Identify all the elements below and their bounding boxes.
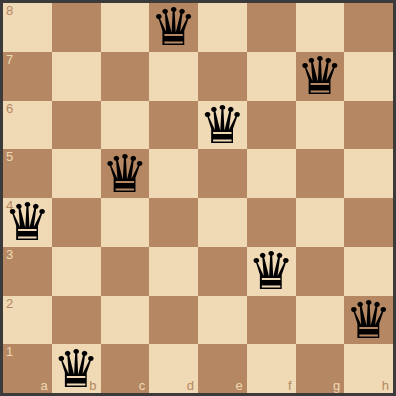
file-label-g: g (333, 379, 340, 392)
black-queen[interactable]: ♛ (248, 247, 295, 295)
square-h7[interactable] (344, 52, 393, 101)
square-e7[interactable] (198, 52, 247, 101)
square-h8[interactable] (344, 3, 393, 52)
file-label-c: c (139, 379, 146, 392)
square-e4[interactable] (198, 198, 247, 247)
square-c1[interactable]: c (101, 344, 150, 393)
square-f7[interactable] (247, 52, 296, 101)
square-b2[interactable] (52, 296, 101, 345)
square-b3[interactable] (52, 247, 101, 296)
square-f5[interactable] (247, 149, 296, 198)
square-d2[interactable] (149, 296, 198, 345)
black-queen[interactable]: ♛ (345, 296, 392, 344)
rank-label-6: 6 (6, 102, 13, 116)
rank-label-1: 1 (6, 345, 13, 359)
square-h1[interactable]: h (344, 344, 393, 393)
square-a4[interactable]: 4♛ (3, 198, 52, 247)
square-e2[interactable] (198, 296, 247, 345)
square-f2[interactable] (247, 296, 296, 345)
black-queen[interactable]: ♛ (53, 345, 100, 393)
file-label-a: a (41, 379, 48, 392)
square-b5[interactable] (52, 149, 101, 198)
square-c3[interactable] (101, 247, 150, 296)
square-f8[interactable] (247, 3, 296, 52)
square-d5[interactable] (149, 149, 198, 198)
chess-board: 8♛7♛6♛5♛4♛3♛2♛1ab♛cdefgh (3, 3, 393, 393)
square-c8[interactable] (101, 3, 150, 52)
square-g8[interactable] (296, 3, 345, 52)
black-queen[interactable]: ♛ (297, 52, 344, 100)
square-g2[interactable] (296, 296, 345, 345)
black-queen[interactable]: ♛ (199, 101, 246, 149)
square-a2[interactable]: 2 (3, 296, 52, 345)
square-h5[interactable] (344, 149, 393, 198)
square-a3[interactable]: 3 (3, 247, 52, 296)
square-d6[interactable] (149, 101, 198, 150)
square-d4[interactable] (149, 198, 198, 247)
square-b4[interactable] (52, 198, 101, 247)
square-g1[interactable]: g (296, 344, 345, 393)
square-d8[interactable]: ♛ (149, 3, 198, 52)
square-d1[interactable]: d (149, 344, 198, 393)
square-d3[interactable] (149, 247, 198, 296)
square-a5[interactable]: 5 (3, 149, 52, 198)
square-a7[interactable]: 7 (3, 52, 52, 101)
square-b7[interactable] (52, 52, 101, 101)
square-h4[interactable] (344, 198, 393, 247)
rank-label-5: 5 (6, 150, 13, 164)
square-e5[interactable] (198, 149, 247, 198)
black-queen[interactable]: ♛ (102, 150, 149, 198)
square-f4[interactable] (247, 198, 296, 247)
square-e6[interactable]: ♛ (198, 101, 247, 150)
file-label-h: h (382, 379, 389, 392)
black-queen[interactable]: ♛ (4, 198, 51, 246)
square-e3[interactable] (198, 247, 247, 296)
square-b1[interactable]: b♛ (52, 344, 101, 393)
square-c5[interactable]: ♛ (101, 149, 150, 198)
square-g3[interactable] (296, 247, 345, 296)
square-f6[interactable] (247, 101, 296, 150)
square-c6[interactable] (101, 101, 150, 150)
file-label-f: f (288, 379, 292, 392)
square-d7[interactable] (149, 52, 198, 101)
square-e1[interactable]: e (198, 344, 247, 393)
black-queen[interactable]: ♛ (150, 3, 197, 51)
square-g6[interactable] (296, 101, 345, 150)
square-h6[interactable] (344, 101, 393, 150)
rank-label-7: 7 (6, 53, 13, 67)
square-h3[interactable] (344, 247, 393, 296)
file-label-e: e (236, 379, 243, 392)
square-f1[interactable]: f (247, 344, 296, 393)
square-a8[interactable]: 8 (3, 3, 52, 52)
square-g5[interactable] (296, 149, 345, 198)
board-frame: 8♛7♛6♛5♛4♛3♛2♛1ab♛cdefgh (0, 0, 396, 396)
square-h2[interactable]: ♛ (344, 296, 393, 345)
square-b8[interactable] (52, 3, 101, 52)
square-c7[interactable] (101, 52, 150, 101)
square-g4[interactable] (296, 198, 345, 247)
square-c4[interactable] (101, 198, 150, 247)
square-e8[interactable] (198, 3, 247, 52)
file-label-d: d (187, 379, 194, 392)
square-b6[interactable] (52, 101, 101, 150)
rank-label-8: 8 (6, 4, 13, 18)
square-g7[interactable]: ♛ (296, 52, 345, 101)
square-c2[interactable] (101, 296, 150, 345)
rank-label-2: 2 (6, 297, 13, 311)
square-a1[interactable]: 1a (3, 344, 52, 393)
square-f3[interactable]: ♛ (247, 247, 296, 296)
square-a6[interactable]: 6 (3, 101, 52, 150)
